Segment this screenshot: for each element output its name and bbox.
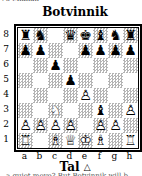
square-g7[interactable]: ♟ <box>108 43 123 58</box>
file-label-a: a <box>17 152 32 161</box>
piece-black-rook-h8: ♜ <box>123 28 138 43</box>
rank-label-2: 2 <box>0 117 13 132</box>
square-a2[interactable]: ♟♙ <box>18 118 33 133</box>
piece-white-pawn-a2: ♙ <box>18 118 33 133</box>
piece-black-queen-d8: ♛ <box>63 28 78 43</box>
rank-label-4: 4 <box>0 87 13 102</box>
square-h1[interactable]: ♜♖ <box>123 133 138 148</box>
piece-white-king-e1: ♔ <box>78 133 93 148</box>
piece-black-knight-b8: ♞ <box>33 28 48 43</box>
piece-white-pawn-b2: ♙ <box>33 118 48 133</box>
white-to-move-icon: △ <box>84 162 91 172</box>
piece-black-rook-a8: ♜ <box>18 28 33 43</box>
piece-white-rook-h1: ♖ <box>123 133 138 148</box>
piece-white-king-e1-fill: ♚ <box>78 133 93 148</box>
square-g5[interactable] <box>108 73 123 88</box>
square-c3[interactable]: ♞♘ <box>48 103 63 118</box>
rank-label-1: 1 <box>0 132 13 147</box>
square-a1[interactable]: ♜♖ <box>18 133 33 148</box>
piece-white-pawn-g2-fill: ♟ <box>108 118 123 133</box>
square-b4[interactable] <box>33 88 48 103</box>
square-h3[interactable]: ♟♙ <box>123 103 138 118</box>
square-f5[interactable] <box>93 73 108 88</box>
piece-black-pawn-c6: ♟ <box>48 58 63 73</box>
piece-black-pawn-b7: ♟ <box>33 43 48 58</box>
square-g2[interactable]: ♟♙ <box>108 118 123 133</box>
rank-labels: 87654321 <box>0 27 13 147</box>
square-h5[interactable] <box>123 73 138 88</box>
file-label-h: h <box>122 152 137 161</box>
piece-black-pawn-d5: ♟ <box>63 73 78 88</box>
square-e8[interactable]: ♚ <box>78 28 93 43</box>
square-f3[interactable]: ♝ <box>93 103 108 118</box>
square-c5[interactable] <box>48 73 63 88</box>
piece-black-bishop-f8: ♝ <box>93 28 108 43</box>
square-b1[interactable] <box>33 133 48 148</box>
square-a4[interactable] <box>18 88 33 103</box>
clipped-text-top: 76 Mikhail <box>1 0 65 4</box>
piece-black-king-e8: ♚ <box>78 28 93 43</box>
piece-white-pawn-f2: ♙ <box>93 118 108 133</box>
rank-label-8: 8 <box>0 27 13 42</box>
square-e6[interactable] <box>78 58 93 73</box>
piece-white-pawn-e4: ♙ <box>78 88 93 103</box>
rank-label-7: 7 <box>0 42 13 57</box>
piece-white-pawn-c2: ♙ <box>48 118 63 133</box>
square-g1[interactable] <box>108 133 123 148</box>
file-label-g: g <box>107 152 122 161</box>
piece-white-pawn-d2-fill: ♟ <box>63 118 78 133</box>
square-d1[interactable]: ♛♕ <box>63 133 78 148</box>
square-c4[interactable] <box>48 88 63 103</box>
piece-white-pawn-e4-fill: ♟ <box>78 88 93 103</box>
square-d7[interactable] <box>63 43 78 58</box>
square-f7[interactable]: ♟ <box>93 43 108 58</box>
square-b8[interactable]: ♞ <box>33 28 48 43</box>
square-a7[interactable]: ♟ <box>18 43 33 58</box>
rank-label-6: 6 <box>0 57 13 72</box>
piece-white-pawn-c2-fill: ♟ <box>48 118 63 133</box>
square-h2[interactable] <box>123 118 138 133</box>
square-c8[interactable] <box>48 28 63 43</box>
black-player-name: Botvinnik <box>10 5 140 19</box>
piece-white-pawn-h3: ♙ <box>123 103 138 118</box>
square-d4[interactable] <box>63 88 78 103</box>
piece-black-pawn-a7: ♟ <box>18 43 33 58</box>
book-page-chess-diagram: 76 Mikhail Botvinnik 87654321 ♜♞♛♚♝♞♜♟♟♟… <box>0 0 142 176</box>
square-h7[interactable]: ♟ <box>123 43 138 58</box>
square-e4[interactable]: ♟♙ <box>78 88 93 103</box>
clipped-text-bottom: a quiet move? But Botvinnik will b <box>6 172 138 176</box>
piece-white-pawn-f2-fill: ♟ <box>93 118 108 133</box>
square-h4[interactable] <box>123 88 138 103</box>
square-b2[interactable]: ♟♙ <box>33 118 48 133</box>
piece-white-pawn-a2-fill: ♟ <box>18 118 33 133</box>
square-a6[interactable] <box>18 58 33 73</box>
piece-white-bishop-f1: ♗ <box>93 133 108 148</box>
square-e1[interactable]: ♚♔ <box>78 133 93 148</box>
piece-white-rook-a1-fill: ♜ <box>18 133 33 148</box>
square-b3[interactable] <box>33 103 48 118</box>
piece-black-pawn-f7: ♟ <box>93 43 108 58</box>
square-d8[interactable]: ♛ <box>63 28 78 43</box>
piece-white-pawn-g2: ♙ <box>108 118 123 133</box>
square-b6[interactable] <box>33 58 48 73</box>
square-b5[interactable] <box>33 73 48 88</box>
piece-white-pawn-b2-fill: ♟ <box>33 118 48 133</box>
piece-white-knight-c3-fill: ♞ <box>48 103 63 118</box>
piece-white-rook-a1: ♖ <box>18 133 33 148</box>
square-c2[interactable]: ♟♙ <box>48 118 63 133</box>
square-a3[interactable] <box>18 103 33 118</box>
square-f4[interactable] <box>93 88 108 103</box>
square-e3[interactable] <box>78 103 93 118</box>
square-e5[interactable] <box>78 73 93 88</box>
piece-white-queen-d1: ♕ <box>63 133 78 148</box>
piece-black-bishop-f3: ♝ <box>93 103 108 118</box>
file-label-b: b <box>32 152 47 161</box>
piece-white-bishop-f1-fill: ♝ <box>93 133 108 148</box>
square-e7[interactable]: ♟ <box>78 43 93 58</box>
square-g6[interactable] <box>108 58 123 73</box>
chess-board: ♜♞♛♚♝♞♜♟♟♟♟♟♟♟♟♟♙♞♘♝♟♙♟♙♟♙♟♙♟♙♟♙♟♙♜♖♝♗♛♕… <box>17 27 139 149</box>
rank-label-3: 3 <box>0 102 13 117</box>
square-c1[interactable]: ♝♗ <box>48 133 63 148</box>
square-c7[interactable] <box>48 43 63 58</box>
piece-white-pawn-d2: ♙ <box>63 118 78 133</box>
square-d6[interactable] <box>63 58 78 73</box>
piece-black-pawn-h7: ♟ <box>123 43 138 58</box>
piece-white-knight-c3: ♘ <box>48 103 63 118</box>
square-f6[interactable] <box>93 58 108 73</box>
piece-black-pawn-g7: ♟ <box>108 43 123 58</box>
piece-white-pawn-h3-fill: ♟ <box>123 103 138 118</box>
square-e2[interactable] <box>78 118 93 133</box>
square-g4[interactable] <box>108 88 123 103</box>
piece-black-pawn-e7: ♟ <box>78 43 93 58</box>
square-d5[interactable]: ♟ <box>63 73 78 88</box>
piece-white-rook-h1-fill: ♜ <box>123 133 138 148</box>
square-f8[interactable]: ♝ <box>93 28 108 43</box>
square-f2[interactable]: ♟♙ <box>93 118 108 133</box>
square-a5[interactable] <box>18 73 33 88</box>
square-d3[interactable] <box>63 103 78 118</box>
square-h8[interactable]: ♜ <box>123 28 138 43</box>
square-g3[interactable] <box>108 103 123 118</box>
square-g8[interactable]: ♞ <box>108 28 123 43</box>
file-label-f: f <box>92 152 107 161</box>
square-h6[interactable] <box>123 58 138 73</box>
square-a8[interactable]: ♜ <box>18 28 33 43</box>
piece-black-knight-g8: ♞ <box>108 28 123 43</box>
piece-white-queen-d1-fill: ♛ <box>63 133 78 148</box>
piece-white-bishop-c1-fill: ♝ <box>48 133 63 148</box>
square-b7[interactable]: ♟ <box>33 43 48 58</box>
rank-label-5: 5 <box>0 72 13 87</box>
square-d2[interactable]: ♟♙ <box>63 118 78 133</box>
square-c6[interactable]: ♟ <box>48 58 63 73</box>
square-f1[interactable]: ♝♗ <box>93 133 108 148</box>
piece-white-bishop-c1: ♗ <box>48 133 63 148</box>
